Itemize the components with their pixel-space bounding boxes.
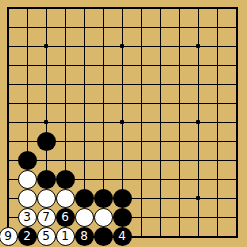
stone-white-move-5[interactable]: 5 [37, 227, 56, 246]
stone-black[interactable] [18, 151, 37, 170]
stone-white[interactable] [37, 189, 56, 208]
stone-black[interactable] [113, 208, 132, 227]
stone-white[interactable] [56, 189, 75, 208]
stone-white[interactable] [94, 208, 113, 227]
stone-white[interactable] [75, 208, 94, 227]
stone-white[interactable] [18, 189, 37, 208]
stone-black[interactable] [56, 170, 75, 189]
stone-white-move-3[interactable]: 3 [18, 208, 37, 227]
stone-black-move-4[interactable]: 4 [113, 227, 132, 246]
stone-black[interactable] [94, 189, 113, 208]
stone-white[interactable] [18, 170, 37, 189]
stone-white-move-7[interactable]: 7 [37, 208, 56, 227]
stone-black[interactable] [37, 132, 56, 151]
stone-white-move-1[interactable]: 1 [56, 227, 75, 246]
stone-black[interactable] [113, 189, 132, 208]
stone-white-move-9[interactable]: 9 [0, 227, 18, 246]
stone-black[interactable] [37, 170, 56, 189]
go-board[interactable]: 376925184 [0, 0, 247, 247]
stone-black-move-8[interactable]: 8 [75, 227, 94, 246]
stone-black-move-2[interactable]: 2 [18, 227, 37, 246]
stone-black[interactable] [94, 227, 113, 246]
stones-grid: 376925184 [0, 0, 246, 246]
stone-black-move-6[interactable]: 6 [56, 208, 75, 227]
stone-black[interactable] [75, 189, 94, 208]
